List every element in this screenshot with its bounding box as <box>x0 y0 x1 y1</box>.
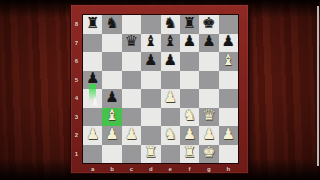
square-h1[interactable] <box>219 145 238 164</box>
square-c8[interactable] <box>122 15 141 34</box>
square-g4[interactable] <box>199 89 218 108</box>
square-h6[interactable]: ♝ <box>219 52 238 71</box>
right-edge-line <box>317 6 319 166</box>
square-a8[interactable]: ♜ <box>83 15 102 34</box>
file-label-b: b <box>102 164 121 173</box>
square-g6[interactable] <box>199 52 218 71</box>
square-e1[interactable] <box>161 145 180 164</box>
square-b6[interactable] <box>102 52 121 71</box>
rank-label-3: 3 <box>72 108 81 127</box>
piece-white-n-f3[interactable]: ♞ <box>183 108 196 123</box>
piece-white-r-f1[interactable]: ♜ <box>183 145 196 160</box>
square-d1[interactable]: ♜ <box>141 145 160 164</box>
square-h4[interactable] <box>219 89 238 108</box>
square-d3[interactable] <box>141 108 160 127</box>
chess-app-window: 87654321 abcdefgh ♜♞♞♜♚♛♝♝♟♟♟♟♟♝♟♟♟♝♞♛♟♟… <box>0 0 320 180</box>
square-d8[interactable] <box>141 15 160 34</box>
piece-black-p-h7[interactable]: ♟ <box>222 34 235 49</box>
square-e8[interactable]: ♞ <box>161 15 180 34</box>
piece-black-b-e7[interactable]: ♝ <box>163 34 176 49</box>
file-label-g: g <box>199 164 218 173</box>
piece-white-p-e4[interactable]: ♟ <box>163 90 176 105</box>
square-f2[interactable]: ♟ <box>180 126 199 145</box>
square-h8[interactable] <box>219 15 238 34</box>
piece-black-p-f7[interactable]: ♟ <box>183 34 196 49</box>
piece-black-n-e8[interactable]: ♞ <box>163 16 176 31</box>
piece-black-p-d6[interactable]: ♟ <box>144 53 157 68</box>
square-e5[interactable] <box>161 71 180 90</box>
file-label-c: c <box>122 164 141 173</box>
piece-white-n-e2[interactable]: ♞ <box>163 127 176 142</box>
piece-white-b-h6[interactable]: ♝ <box>222 53 235 68</box>
square-f6[interactable] <box>180 52 199 71</box>
square-d2[interactable] <box>141 126 160 145</box>
file-label-a: a <box>83 164 102 173</box>
rank-label-5: 5 <box>72 71 81 90</box>
file-label-e: e <box>161 164 180 173</box>
piece-white-r-d1[interactable]: ♜ <box>144 145 157 160</box>
rank-label-4: 4 <box>72 89 81 108</box>
file-label-f: f <box>180 164 199 173</box>
square-f5[interactable] <box>180 71 199 90</box>
square-a2[interactable]: ♟ <box>83 126 102 145</box>
piece-black-r-f8[interactable]: ♜ <box>183 16 196 31</box>
file-labels: abcdefgh <box>83 164 238 173</box>
piece-black-p-g7[interactable]: ♟ <box>202 34 215 49</box>
rank-label-2: 2 <box>72 126 81 145</box>
piece-white-p-a2[interactable]: ♟ <box>86 127 99 142</box>
rank-label-1: 1 <box>72 145 81 164</box>
rank-label-6: 6 <box>72 52 81 71</box>
piece-white-k-g1[interactable]: ♚ <box>202 145 215 160</box>
square-f4[interactable] <box>180 89 199 108</box>
square-c7[interactable]: ♛ <box>122 34 141 53</box>
board: ♜♞♞♜♚♛♝♝♟♟♟♟♟♝♟♟♟♝♞♛♟♟♟♞♟♟♟♜♜♚ <box>83 15 238 163</box>
square-c5[interactable] <box>122 71 141 90</box>
piece-white-p-b2[interactable]: ♟ <box>105 127 118 142</box>
square-h2[interactable]: ♟ <box>219 126 238 145</box>
square-d4[interactable] <box>141 89 160 108</box>
piece-white-p-c2[interactable]: ♟ <box>125 127 138 142</box>
square-g8[interactable]: ♚ <box>199 15 218 34</box>
square-g7[interactable]: ♟ <box>199 34 218 53</box>
square-b3[interactable]: ♝ <box>102 108 121 127</box>
square-a7[interactable] <box>83 34 102 53</box>
file-label-h: h <box>219 164 238 173</box>
rank-label-8: 8 <box>72 15 81 34</box>
square-e4[interactable]: ♟ <box>161 89 180 108</box>
square-b4[interactable]: ♟ <box>102 89 121 108</box>
square-e7[interactable]: ♝ <box>161 34 180 53</box>
square-c2[interactable]: ♟ <box>122 126 141 145</box>
square-e3[interactable] <box>161 108 180 127</box>
piece-black-p-e6[interactable]: ♟ <box>163 53 176 68</box>
square-f3[interactable]: ♞ <box>180 108 199 127</box>
square-a3[interactable] <box>83 108 102 127</box>
rank-label-7: 7 <box>72 34 81 53</box>
square-g2[interactable]: ♟ <box>199 126 218 145</box>
square-h3[interactable] <box>219 108 238 127</box>
square-b5[interactable] <box>102 71 121 90</box>
square-e6[interactable]: ♟ <box>161 52 180 71</box>
piece-white-q-g3[interactable]: ♛ <box>202 108 215 123</box>
square-c6[interactable] <box>122 52 141 71</box>
piece-black-p-b4[interactable]: ♟ <box>105 90 118 105</box>
piece-black-r-a8[interactable]: ♜ <box>86 16 99 31</box>
square-h5[interactable] <box>219 71 238 90</box>
square-b7[interactable] <box>102 34 121 53</box>
piece-black-n-b8[interactable]: ♞ <box>105 16 118 31</box>
square-c3[interactable] <box>122 108 141 127</box>
square-h7[interactable]: ♟ <box>219 34 238 53</box>
square-d5[interactable] <box>141 71 160 90</box>
square-f8[interactable]: ♜ <box>180 15 199 34</box>
square-a1[interactable] <box>83 145 102 164</box>
square-a6[interactable] <box>83 52 102 71</box>
piece-white-b-b3[interactable]: ♝ <box>105 108 118 123</box>
square-b8[interactable]: ♞ <box>102 15 121 34</box>
square-e2[interactable]: ♞ <box>161 126 180 145</box>
piece-white-p-g2[interactable]: ♟ <box>202 127 215 142</box>
square-f7[interactable]: ♟ <box>180 34 199 53</box>
square-c1[interactable] <box>122 145 141 164</box>
piece-white-p-f2[interactable]: ♟ <box>183 127 196 142</box>
square-d7[interactable]: ♝ <box>141 34 160 53</box>
piece-white-p-h2[interactable]: ♟ <box>222 127 235 142</box>
square-b1[interactable] <box>102 145 121 164</box>
square-f1[interactable]: ♜ <box>180 145 199 164</box>
square-b2[interactable]: ♟ <box>102 126 121 145</box>
square-c4[interactable] <box>122 89 141 108</box>
square-g3[interactable]: ♛ <box>199 108 218 127</box>
piece-black-b-d7[interactable]: ♝ <box>144 34 157 49</box>
piece-black-q-c7[interactable]: ♛ <box>125 34 138 49</box>
rank-labels: 87654321 <box>72 15 81 163</box>
square-d6[interactable]: ♟ <box>141 52 160 71</box>
piece-black-k-g8[interactable]: ♚ <box>202 16 215 31</box>
file-label-d: d <box>141 164 160 173</box>
square-g5[interactable] <box>199 71 218 90</box>
square-g1[interactable]: ♚ <box>199 145 218 164</box>
